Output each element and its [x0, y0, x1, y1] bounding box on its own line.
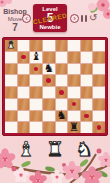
- square-h6[interactable]: [93, 64, 105, 75]
- square-a1[interactable]: [5, 122, 17, 133]
- square-e7[interactable]: [56, 52, 68, 63]
- square-a6[interactable]: [5, 64, 17, 75]
- pause-icon: [81, 15, 83, 22]
- square-b5[interactable]: [18, 75, 30, 86]
- chevron-right-icon: ›: [73, 14, 76, 23]
- next-level-button[interactable]: ›: [70, 14, 79, 23]
- chess-board: ♝♝♞♞♜: [5, 40, 105, 133]
- tray-piece-rook: ♜: [46, 137, 64, 161]
- square-e4[interactable]: [56, 87, 68, 98]
- square-b8[interactable]: [18, 40, 30, 51]
- level-number: 5: [33, 13, 67, 23]
- square-a4[interactable]: [5, 87, 17, 98]
- square-e8[interactable]: [56, 40, 68, 51]
- move-number: 7: [2, 23, 28, 33]
- square-d2[interactable]: [43, 111, 55, 122]
- square-h5[interactable]: [93, 75, 105, 86]
- black-rook[interactable]: ♜: [69, 121, 79, 132]
- square-c4[interactable]: [30, 87, 42, 98]
- square-c7[interactable]: ♝: [30, 52, 42, 63]
- square-a3[interactable]: [5, 99, 17, 110]
- level-card[interactable]: Level 5 Newbie CLEARED: [33, 4, 67, 32]
- restart-icon: ↺: [89, 12, 97, 23]
- square-c2[interactable]: [30, 111, 42, 122]
- move-hint-dot[interactable]: [59, 90, 64, 95]
- move-hint-dot[interactable]: [46, 78, 51, 83]
- app-screen: Bishop Move 7 ‹ Level 5 Newbie CLEARED ›…: [0, 0, 110, 183]
- square-b4[interactable]: [18, 87, 30, 98]
- chevron-left-icon: ‹: [25, 14, 28, 23]
- square-g8[interactable]: [81, 40, 93, 51]
- square-h1[interactable]: [93, 122, 105, 133]
- square-g2[interactable]: [81, 111, 93, 122]
- square-c5[interactable]: [30, 75, 42, 86]
- tray-piece-knight: ♞: [75, 137, 93, 161]
- square-g4[interactable]: [81, 87, 93, 98]
- square-d3[interactable]: [43, 99, 55, 110]
- square-a2[interactable]: [5, 111, 17, 122]
- square-b2[interactable]: [18, 111, 30, 122]
- square-f3[interactable]: [68, 99, 80, 110]
- square-e2[interactable]: ♞: [56, 111, 68, 122]
- square-f5[interactable]: [68, 75, 80, 86]
- square-f6[interactable]: [68, 64, 80, 75]
- square-d6[interactable]: ♞: [43, 64, 55, 75]
- square-h2[interactable]: [93, 111, 105, 122]
- square-e5[interactable]: [56, 75, 68, 86]
- restart-button[interactable]: ↺: [89, 12, 97, 24]
- pause-icon: [85, 15, 87, 22]
- square-d5[interactable]: [43, 75, 55, 86]
- square-g1[interactable]: [81, 122, 93, 133]
- board-frame: ♝♝♞♞♜: [2, 37, 108, 136]
- black-knight[interactable]: ♞: [56, 110, 66, 122]
- black-knight[interactable]: ♞: [44, 63, 54, 75]
- square-g6[interactable]: [81, 64, 93, 75]
- square-g5[interactable]: [81, 75, 93, 86]
- difficulty-label: Newbie: [33, 23, 67, 31]
- square-f8[interactable]: [68, 40, 80, 51]
- square-e1[interactable]: [56, 122, 68, 133]
- tray-piece-bishop: ♝: [17, 137, 35, 161]
- square-d4[interactable]: [43, 87, 55, 98]
- square-e6[interactable]: [56, 64, 68, 75]
- square-c6[interactable]: [30, 64, 42, 75]
- square-f4[interactable]: [68, 87, 80, 98]
- square-b3[interactable]: [18, 99, 30, 110]
- square-b7[interactable]: [18, 52, 30, 63]
- move-hint-dot[interactable]: [72, 102, 77, 107]
- square-g7[interactable]: [81, 52, 93, 63]
- square-b6[interactable]: [18, 64, 30, 75]
- square-a7[interactable]: [5, 52, 17, 63]
- square-d8[interactable]: [43, 40, 55, 51]
- pause-button[interactable]: [81, 15, 87, 22]
- square-h3[interactable]: [93, 99, 105, 110]
- piece-tray: ♝♜♞: [0, 137, 110, 163]
- move-hint-dot[interactable]: [21, 55, 26, 60]
- square-a8[interactable]: ♝: [5, 40, 17, 51]
- white-bishop[interactable]: ♝: [6, 39, 16, 51]
- move-hint-dot[interactable]: [97, 125, 102, 130]
- square-a5[interactable]: [5, 75, 17, 86]
- move-hint-dot[interactable]: [84, 114, 89, 119]
- square-h4[interactable]: [93, 87, 105, 98]
- square-b1[interactable]: [18, 122, 30, 133]
- square-g3[interactable]: [81, 99, 93, 110]
- square-c3[interactable]: [30, 99, 42, 110]
- previous-level-button[interactable]: ‹: [22, 14, 31, 23]
- square-f7[interactable]: [68, 52, 80, 63]
- square-f1[interactable]: ♜: [68, 122, 80, 133]
- square-d1[interactable]: [43, 122, 55, 133]
- black-bishop[interactable]: ♝: [31, 51, 41, 63]
- square-h8[interactable]: [93, 40, 105, 51]
- square-c1[interactable]: [30, 122, 42, 133]
- move-hint-dot[interactable]: [34, 67, 39, 72]
- square-h7[interactable]: [93, 52, 105, 63]
